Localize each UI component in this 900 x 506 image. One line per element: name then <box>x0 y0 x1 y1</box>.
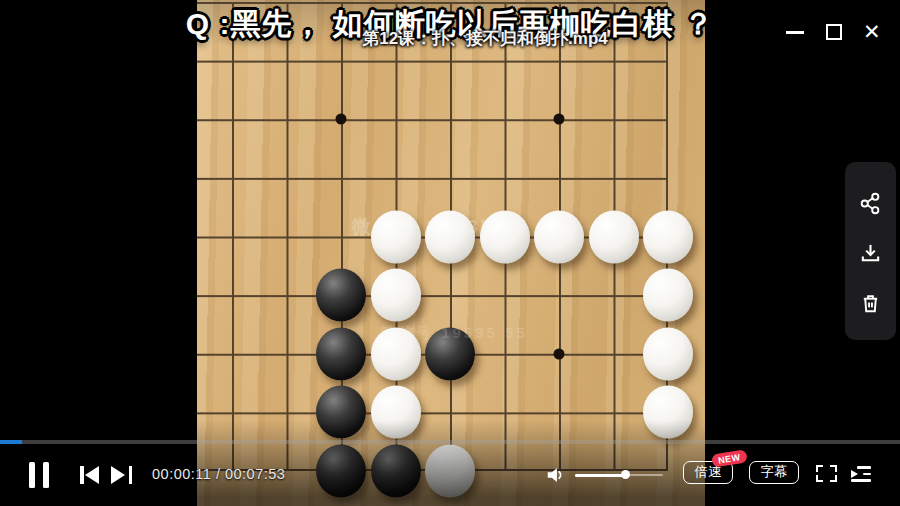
subtitle-button[interactable]: 字幕 <box>749 461 799 484</box>
volume-slider-fill <box>575 474 625 477</box>
white-stone <box>371 210 421 263</box>
white-stone <box>371 386 421 439</box>
control-bar: 00:00:11 / 00:07:53 倍速 NEW 字幕 <box>0 444 900 506</box>
maximize-button[interactable] <box>826 24 842 40</box>
seek-bar[interactable] <box>0 440 900 444</box>
black-stone <box>316 327 366 380</box>
white-stone <box>480 210 530 263</box>
volume-slider-knob[interactable] <box>621 470 630 479</box>
white-stone <box>643 327 693 380</box>
seek-bar-played <box>0 440 22 444</box>
white-stone <box>643 269 693 322</box>
player-window: 微信号 19535 55 微信号 19535 55 Q :黑先， 如何断吃以后再… <box>0 0 900 506</box>
minimize-button[interactable] <box>786 31 804 34</box>
go-board <box>197 2 668 471</box>
star-point <box>554 114 565 125</box>
close-button[interactable]: ✕ <box>863 18 881 45</box>
white-stone <box>425 210 475 263</box>
white-stone <box>589 210 639 263</box>
white-stone <box>643 386 693 439</box>
download-icon[interactable] <box>859 242 882 265</box>
playlist-icon[interactable] <box>851 466 871 482</box>
volume-icon[interactable] <box>545 464 567 484</box>
white-stone <box>643 210 693 263</box>
previous-track-button[interactable] <box>80 466 101 484</box>
share-icon[interactable] <box>859 192 882 215</box>
time-display: 00:00:11 / 00:07:53 <box>152 466 285 482</box>
white-stone <box>371 327 421 380</box>
video-filename: 第12课：扑、接不归和倒扑.mp4 <box>70 27 900 50</box>
trash-icon[interactable] <box>859 292 882 315</box>
white-stone <box>534 210 584 263</box>
star-point <box>336 114 347 125</box>
star-point <box>554 348 565 359</box>
video-area[interactable]: 微信号 19535 55 微信号 19535 55 <box>197 0 705 506</box>
black-stone <box>425 327 475 380</box>
new-badge: NEW <box>711 449 747 467</box>
next-track-button[interactable] <box>111 466 132 484</box>
black-stone <box>316 386 366 439</box>
side-action-panel <box>845 162 896 340</box>
pause-button[interactable] <box>29 462 51 488</box>
white-stone <box>371 269 421 322</box>
fullscreen-icon[interactable] <box>816 465 837 482</box>
black-stone <box>316 269 366 322</box>
